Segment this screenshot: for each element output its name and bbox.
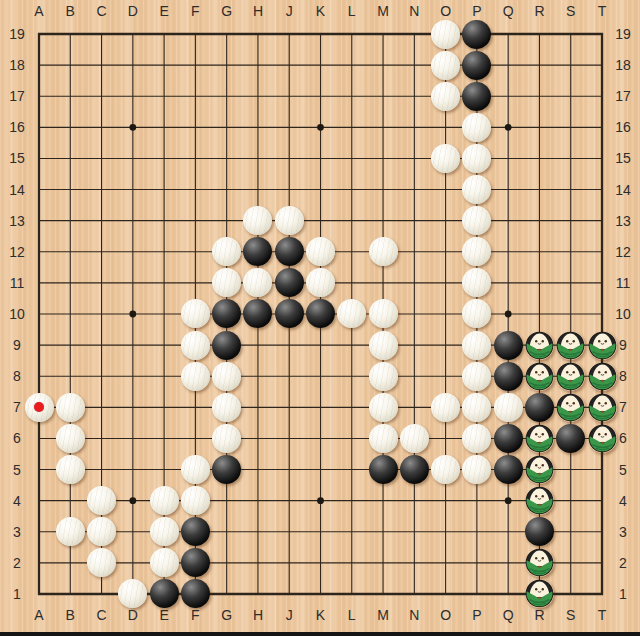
col-label-top: F <box>191 4 200 18</box>
row-label-right: 5 <box>619 463 627 477</box>
row-label-left: 4 <box>13 494 21 508</box>
col-label-bottom: L <box>348 608 356 622</box>
stone-white[interactable] <box>400 424 429 453</box>
stone-white[interactable] <box>212 424 241 453</box>
stone-white[interactable] <box>150 486 179 515</box>
col-label-top: P <box>472 4 481 18</box>
stone-black[interactable] <box>275 237 304 266</box>
stone-white[interactable] <box>431 20 460 49</box>
col-label-bottom: R <box>534 608 544 622</box>
stone-white[interactable] <box>181 486 210 515</box>
col-label-bottom: K <box>316 608 325 622</box>
col-label-bottom: E <box>159 608 168 622</box>
row-label-right: 13 <box>615 214 631 228</box>
row-label-left: 9 <box>13 338 21 352</box>
row-label-left: 19 <box>9 27 25 41</box>
row-label-right: 19 <box>615 27 631 41</box>
col-label-top: G <box>221 4 232 18</box>
stone-black[interactable] <box>212 455 241 484</box>
row-label-left: 18 <box>9 58 25 72</box>
row-label-right: 2 <box>619 556 627 570</box>
col-label-bottom: A <box>34 608 43 622</box>
stone-white[interactable] <box>212 393 241 422</box>
row-label-left: 2 <box>13 556 21 570</box>
stone-black[interactable] <box>525 393 554 422</box>
stone-black[interactable] <box>150 579 179 608</box>
star-point <box>317 124 324 131</box>
stone-white[interactable] <box>494 393 523 422</box>
col-label-bottom: M <box>377 608 389 622</box>
star-point <box>505 497 512 504</box>
row-label-left: 10 <box>9 307 25 321</box>
row-label-left: 11 <box>10 276 25 290</box>
col-label-bottom: P <box>472 608 481 622</box>
stone-white[interactable] <box>56 393 85 422</box>
row-label-right: 16 <box>615 120 631 134</box>
row-label-left: 16 <box>9 120 25 134</box>
stone-white[interactable] <box>431 455 460 484</box>
stone-zongzi[interactable] <box>525 362 554 391</box>
col-label-bottom: N <box>409 608 419 622</box>
stone-white[interactable] <box>369 299 398 328</box>
col-label-top: R <box>534 4 544 18</box>
row-label-right: 18 <box>615 58 631 72</box>
stone-white[interactable] <box>275 206 304 235</box>
stone-black[interactable] <box>275 299 304 328</box>
col-label-top: L <box>348 4 356 18</box>
row-label-left: 13 <box>9 214 25 228</box>
col-label-bottom: J <box>286 608 293 622</box>
row-label-right: 1 <box>619 587 627 601</box>
stone-white[interactable] <box>369 362 398 391</box>
stone-white[interactable] <box>56 455 85 484</box>
stone-zongzi[interactable] <box>525 548 554 577</box>
col-label-top: O <box>440 4 451 18</box>
col-label-top: J <box>286 4 293 18</box>
col-label-top: C <box>96 4 106 18</box>
col-label-bottom: D <box>128 608 138 622</box>
col-label-top: Q <box>503 4 514 18</box>
stone-black[interactable] <box>212 331 241 360</box>
stone-white[interactable] <box>150 548 179 577</box>
stone-white[interactable] <box>462 362 491 391</box>
stone-white[interactable] <box>87 486 116 515</box>
col-label-bottom: H <box>253 608 263 622</box>
col-label-top: D <box>128 4 138 18</box>
star-point <box>505 311 512 318</box>
stone-white[interactable] <box>431 393 460 422</box>
row-label-right: 17 <box>615 89 631 103</box>
col-label-top: S <box>566 4 575 18</box>
stone-white[interactable] <box>56 424 85 453</box>
row-label-left: 1 <box>13 587 21 601</box>
stone-white[interactable] <box>431 144 460 173</box>
go-board[interactable]: AABBCCDDEEFFGGHHJJKKLLMMNNOOPPQQRRSSTT19… <box>0 0 640 636</box>
stone-black[interactable] <box>556 424 585 453</box>
stone-black[interactable] <box>369 455 398 484</box>
stone-black[interactable] <box>400 455 429 484</box>
stone-zongzi[interactable] <box>588 393 617 422</box>
bottom-bar <box>0 632 640 636</box>
stone-white[interactable] <box>431 51 460 80</box>
col-label-bottom: S <box>566 608 575 622</box>
star-point <box>129 311 136 318</box>
row-label-right: 6 <box>619 431 627 445</box>
stone-zongzi[interactable] <box>556 362 585 391</box>
stone-white[interactable] <box>181 455 210 484</box>
stone-black[interactable] <box>181 517 210 546</box>
stone-zongzi[interactable] <box>525 455 554 484</box>
stone-black[interactable] <box>494 362 523 391</box>
col-label-top: E <box>159 4 168 18</box>
stone-white[interactable] <box>181 331 210 360</box>
row-label-left: 8 <box>13 369 21 383</box>
star-point <box>129 497 136 504</box>
stone-zongzi[interactable] <box>588 362 617 391</box>
row-label-right: 10 <box>615 307 631 321</box>
col-label-bottom: C <box>96 608 106 622</box>
stone-black[interactable] <box>494 331 523 360</box>
row-label-left: 14 <box>9 183 25 197</box>
stone-black[interactable] <box>462 82 491 111</box>
row-label-right: 3 <box>619 525 627 539</box>
col-label-top: T <box>598 4 607 18</box>
star-point <box>317 497 324 504</box>
stone-white[interactable] <box>369 424 398 453</box>
col-label-bottom: O <box>440 608 451 622</box>
stone-black[interactable] <box>494 455 523 484</box>
row-label-left: 12 <box>9 245 25 259</box>
col-label-top: B <box>66 4 75 18</box>
col-label-bottom: Q <box>503 608 514 622</box>
stone-zongzi[interactable] <box>525 486 554 515</box>
col-label-bottom: B <box>66 608 75 622</box>
row-label-right: 4 <box>619 494 627 508</box>
row-label-right: 9 <box>619 338 627 352</box>
row-label-right: 7 <box>619 400 627 414</box>
stone-black[interactable] <box>525 517 554 546</box>
col-label-bottom: T <box>598 608 607 622</box>
stone-white[interactable] <box>56 517 85 546</box>
stone-white[interactable] <box>369 237 398 266</box>
row-label-right: 12 <box>615 245 631 259</box>
stone-white[interactable] <box>212 362 241 391</box>
row-label-right: 11 <box>616 276 631 290</box>
star-point <box>129 124 136 131</box>
stone-zongzi[interactable] <box>525 579 554 608</box>
stone-white[interactable] <box>369 331 398 360</box>
col-label-top: A <box>34 4 43 18</box>
stone-zongzi[interactable] <box>588 424 617 453</box>
stone-zongzi[interactable] <box>556 331 585 360</box>
col-label-top: K <box>316 4 325 18</box>
row-label-right: 14 <box>615 183 631 197</box>
col-label-top: M <box>377 4 389 18</box>
stone-black[interactable] <box>494 424 523 453</box>
row-label-left: 17 <box>9 89 25 103</box>
stone-black[interactable] <box>462 51 491 80</box>
col-label-top: H <box>253 4 263 18</box>
stone-zongzi[interactable] <box>556 393 585 422</box>
star-point <box>505 124 512 131</box>
stone-white[interactable] <box>431 82 460 111</box>
stone-white[interactable] <box>369 393 398 422</box>
stone-zongzi[interactable] <box>588 331 617 360</box>
row-label-left: 6 <box>13 431 21 445</box>
stone-zongzi[interactable] <box>525 331 554 360</box>
stone-white[interactable] <box>181 362 210 391</box>
stone-white[interactable] <box>462 331 491 360</box>
row-label-left: 7 <box>13 400 21 414</box>
stone-black[interactable] <box>275 268 304 297</box>
row-label-right: 15 <box>615 151 631 165</box>
row-label-right: 8 <box>619 369 627 383</box>
row-label-left: 15 <box>9 151 25 165</box>
stone-white[interactable] <box>150 517 179 546</box>
col-label-bottom: G <box>221 608 232 622</box>
row-label-left: 3 <box>13 525 21 539</box>
col-label-top: N <box>409 4 419 18</box>
stone-zongzi[interactable] <box>525 424 554 453</box>
stone-black[interactable] <box>462 20 491 49</box>
row-label-left: 5 <box>13 463 21 477</box>
col-label-bottom: F <box>191 608 200 622</box>
